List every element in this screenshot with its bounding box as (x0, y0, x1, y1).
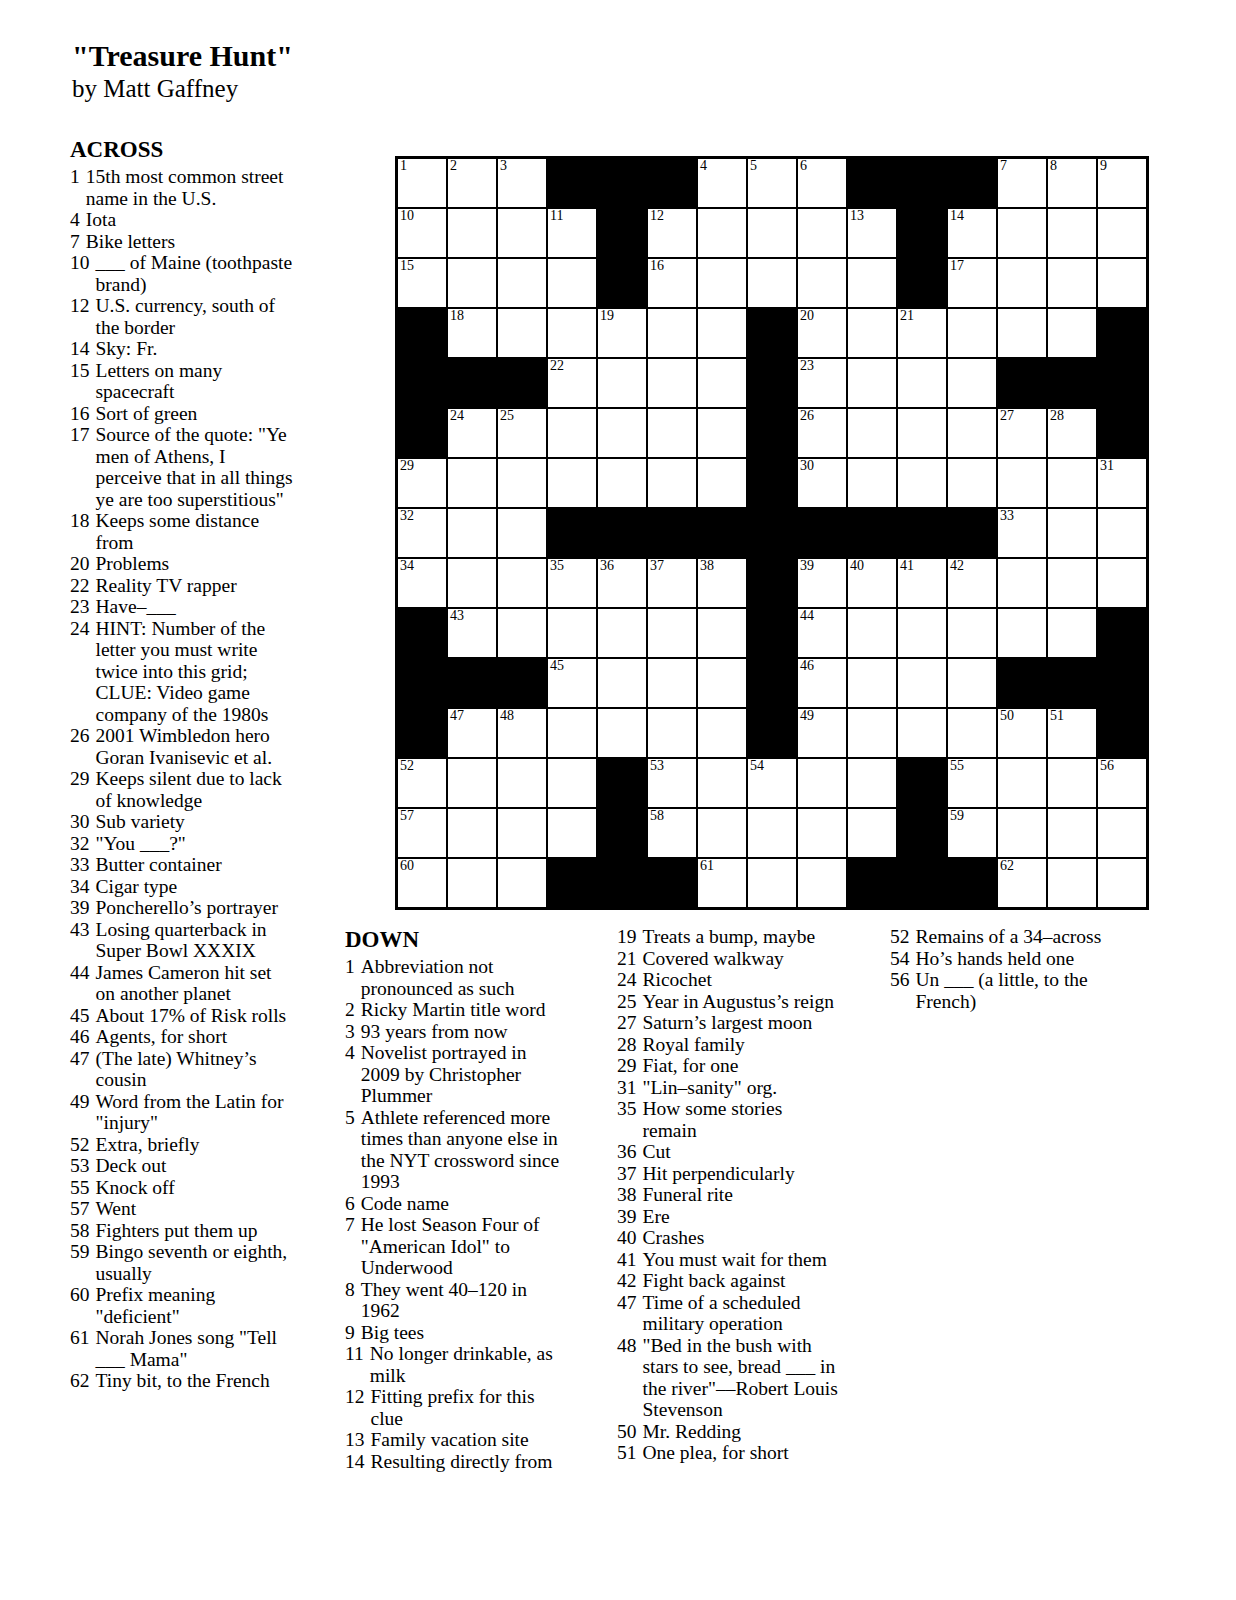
white-cell[interactable] (847, 308, 897, 358)
white-cell[interactable]: 33 (997, 508, 1047, 558)
clue-item: 18Keeps some distance from (70, 510, 392, 553)
white-cell[interactable] (997, 758, 1047, 808)
clue-item: 39Poncherello’s portrayer (70, 897, 392, 919)
clue-number: 38 (617, 1184, 637, 1206)
clue-item: 60Prefix meaning "deficient" (70, 1284, 392, 1327)
cell-number: 5 (750, 158, 757, 174)
white-cell[interactable]: 13 (847, 208, 897, 258)
black-cell (597, 858, 647, 908)
black-cell (747, 558, 797, 608)
clue-text: Time of a scheduled military operation (643, 1292, 801, 1335)
clue-text: 93 years from now (361, 1021, 508, 1043)
clue-text: Butter container (96, 854, 222, 876)
white-cell[interactable] (797, 258, 847, 308)
clue-text: Iota (86, 209, 116, 231)
clue-number: 32 (70, 833, 90, 855)
white-cell[interactable] (447, 808, 497, 858)
white-cell[interactable] (647, 608, 697, 658)
clue-text: Family vacation site (371, 1429, 529, 1451)
clue-item: 43Losing quarterback in Super Bowl XXXIX (70, 919, 392, 962)
white-cell[interactable] (697, 358, 747, 408)
white-cell[interactable] (697, 658, 747, 708)
white-cell[interactable] (647, 658, 697, 708)
cell-number: 47 (450, 708, 464, 724)
white-cell[interactable] (897, 408, 947, 458)
white-cell[interactable]: 49 (797, 708, 847, 758)
white-cell[interactable]: 11 (547, 208, 597, 258)
white-cell[interactable] (997, 208, 1047, 258)
clue-item: 29Fiat, for one (617, 1055, 881, 1077)
clue-number: 46 (70, 1026, 90, 1048)
clue-item: 13Family vacation site (345, 1429, 609, 1451)
clue-item: 35How some stories remain (617, 1098, 881, 1141)
white-cell[interactable] (947, 358, 997, 408)
black-cell (397, 408, 447, 458)
white-cell[interactable]: 3 (497, 158, 547, 208)
white-cell[interactable]: 21 (897, 308, 947, 358)
clue-item: 23Have–___ (70, 596, 392, 618)
clue-item: 7Bike letters (70, 231, 392, 253)
white-cell[interactable]: 45 (547, 658, 597, 708)
white-cell[interactable]: 4 (697, 158, 747, 208)
cell-number: 28 (1050, 408, 1064, 424)
white-cell[interactable] (547, 608, 597, 658)
black-cell (747, 508, 797, 558)
clue-number: 52 (70, 1134, 90, 1156)
white-cell[interactable] (1047, 458, 1097, 508)
clue-item: 28Royal family (617, 1034, 881, 1056)
white-cell[interactable] (1047, 758, 1097, 808)
black-cell (647, 858, 697, 908)
cell-number: 48 (500, 708, 514, 724)
clue-text: James Cameron hit set on another planet (96, 962, 272, 1005)
white-cell[interactable]: 32 (397, 508, 447, 558)
clue-number: 35 (617, 1098, 637, 1141)
clue-number: 44 (70, 962, 90, 1005)
white-cell[interactable] (497, 608, 547, 658)
white-cell[interactable] (697, 408, 747, 458)
clue-item: 7He lost Season Four of "American Idol" … (345, 1214, 609, 1279)
white-cell[interactable] (1097, 508, 1147, 558)
white-cell[interactable] (697, 308, 747, 358)
white-cell[interactable] (447, 258, 497, 308)
white-cell[interactable] (547, 458, 597, 508)
cell-number: 30 (800, 458, 814, 474)
black-cell (897, 858, 947, 908)
black-cell (997, 358, 1047, 408)
white-cell[interactable]: 2 (447, 158, 497, 208)
white-cell[interactable] (697, 758, 747, 808)
clue-item: 4Iota (70, 209, 392, 231)
white-cell[interactable] (1047, 608, 1097, 658)
clue-item: 54Ho’s hands held one (890, 948, 1146, 970)
white-cell[interactable] (747, 258, 797, 308)
white-cell[interactable]: 44 (797, 608, 847, 658)
title-block: "Treasure Hunt" by Matt Gaffney (72, 38, 293, 104)
clue-item: 56Un ___ (a little, to the French) (890, 969, 1146, 1012)
white-cell[interactable] (997, 608, 1047, 658)
cell-number: 19 (600, 308, 614, 324)
black-cell (547, 158, 597, 208)
cell-number: 17 (950, 258, 964, 274)
clue-item: 52Extra, briefly (70, 1134, 392, 1156)
white-cell[interactable]: 28 (1047, 408, 1097, 458)
white-cell[interactable] (447, 208, 497, 258)
white-cell[interactable] (497, 808, 547, 858)
white-cell[interactable]: 6 (797, 158, 847, 208)
white-cell[interactable] (697, 458, 747, 508)
white-cell[interactable]: 54 (747, 758, 797, 808)
clue-text: Cut (643, 1141, 671, 1163)
white-cell[interactable] (647, 358, 697, 408)
white-cell[interactable] (947, 608, 997, 658)
clue-number: 25 (617, 991, 637, 1013)
puzzle-byline: by Matt Gaffney (72, 74, 293, 104)
white-cell[interactable] (1097, 258, 1147, 308)
clue-item: 12Fitting prefix for this clue (345, 1386, 609, 1429)
white-cell[interactable]: 1 (397, 158, 447, 208)
down-section: DOWN 1Abbreviation not pronounced as suc… (345, 926, 609, 1472)
white-cell[interactable] (647, 708, 697, 758)
cell-number: 45 (550, 658, 564, 674)
white-cell[interactable]: 18 (447, 308, 497, 358)
white-cell[interactable] (497, 508, 547, 558)
clue-text: ___ of Maine (toothpaste brand) (96, 252, 293, 295)
white-cell[interactable]: 58 (647, 808, 697, 858)
clue-text: Reality TV rapper (96, 575, 237, 597)
black-cell (897, 258, 947, 308)
white-cell[interactable]: 55 (947, 758, 997, 808)
clue-number: 12 (345, 1386, 365, 1429)
white-cell[interactable] (697, 608, 747, 658)
white-cell[interactable] (997, 558, 1047, 608)
white-cell[interactable] (1047, 258, 1097, 308)
clue-number: 21 (617, 948, 637, 970)
clue-text: Tiny bit, to the French (96, 1370, 270, 1392)
clue-number: 23 (70, 596, 90, 618)
black-cell (447, 658, 497, 708)
cell-number: 61 (700, 858, 714, 874)
black-cell (897, 158, 947, 208)
white-cell[interactable]: 27 (997, 408, 1047, 458)
white-cell[interactable]: 14 (947, 208, 997, 258)
white-cell[interactable] (747, 808, 797, 858)
white-cell[interactable]: 57 (397, 808, 447, 858)
clue-item: 21Covered walkway (617, 948, 881, 970)
white-cell[interactable] (497, 758, 547, 808)
across-header: ACROSS (70, 136, 392, 163)
cell-number: 16 (650, 258, 664, 274)
cell-number: 9 (1100, 158, 1107, 174)
white-cell[interactable] (697, 808, 747, 858)
white-cell[interactable]: 20 (797, 308, 847, 358)
white-cell[interactable] (997, 258, 1047, 308)
white-cell[interactable] (697, 258, 747, 308)
clue-item: 33Butter container (70, 854, 392, 876)
white-cell[interactable] (997, 458, 1047, 508)
clue-item: 51One plea, for short (617, 1442, 881, 1464)
white-cell[interactable] (897, 608, 947, 658)
white-cell[interactable]: 37 (647, 558, 697, 608)
clue-number: 39 (70, 897, 90, 919)
white-cell[interactable] (1047, 808, 1097, 858)
white-cell[interactable] (447, 458, 497, 508)
white-cell[interactable]: 52 (397, 758, 447, 808)
clue-text: Royal family (643, 1034, 745, 1056)
white-cell[interactable] (1047, 558, 1097, 608)
white-cell[interactable]: 10 (397, 208, 447, 258)
white-cell[interactable]: 16 (647, 258, 697, 308)
clue-item: 45About 17% of Risk rolls (70, 1005, 392, 1027)
white-cell[interactable] (547, 408, 597, 458)
white-cell[interactable]: 61 (697, 858, 747, 908)
white-cell[interactable] (747, 208, 797, 258)
white-cell[interactable]: 56 (1097, 758, 1147, 808)
black-cell (1097, 658, 1147, 708)
white-cell[interactable] (997, 808, 1047, 858)
white-cell[interactable] (447, 558, 497, 608)
clue-item: 15Letters on many spacecraft (70, 360, 392, 403)
white-cell[interactable]: 7 (997, 158, 1047, 208)
clue-number: 43 (70, 919, 90, 962)
clue-item: 49Word from the Latin for "injury" (70, 1091, 392, 1134)
cell-number: 22 (550, 358, 564, 374)
clue-text: Hit perpendicularly (643, 1163, 795, 1185)
white-cell[interactable] (1047, 208, 1097, 258)
black-cell (1097, 608, 1147, 658)
clue-number: 14 (70, 338, 90, 360)
white-cell[interactable] (647, 308, 697, 358)
white-cell[interactable]: 31 (1097, 458, 1147, 508)
black-cell (897, 758, 947, 808)
white-cell[interactable] (847, 408, 897, 458)
white-cell[interactable] (1097, 808, 1147, 858)
clue-text: Keeps silent due to lack of knowledge (96, 768, 282, 811)
white-cell[interactable] (647, 408, 697, 458)
white-cell[interactable]: 40 (847, 558, 897, 608)
white-cell[interactable] (1047, 508, 1097, 558)
cell-number: 34 (400, 558, 414, 574)
white-cell[interactable]: 41 (897, 558, 947, 608)
cell-number: 37 (650, 558, 664, 574)
white-cell[interactable] (947, 658, 997, 708)
white-cell[interactable] (547, 308, 597, 358)
white-cell[interactable] (847, 708, 897, 758)
cell-number: 49 (800, 708, 814, 724)
clue-number: 7 (345, 1214, 355, 1279)
cell-number: 32 (400, 508, 414, 524)
white-cell[interactable] (947, 408, 997, 458)
white-cell[interactable]: 48 (497, 708, 547, 758)
white-cell[interactable]: 62 (997, 858, 1047, 908)
clue-text: Saturn’s largest moon (643, 1012, 813, 1034)
white-cell[interactable]: 50 (997, 708, 1047, 758)
black-cell (547, 508, 597, 558)
white-cell[interactable]: 12 (647, 208, 697, 258)
cell-number: 53 (650, 758, 664, 774)
white-cell[interactable] (497, 308, 547, 358)
white-cell[interactable]: 60 (397, 858, 447, 908)
white-cell[interactable]: 26 (797, 408, 847, 458)
clue-number: 1 (70, 166, 80, 209)
white-cell[interactable] (1097, 558, 1147, 608)
white-cell[interactable] (947, 708, 997, 758)
white-cell[interactable]: 17 (947, 258, 997, 308)
white-cell[interactable]: 15 (397, 258, 447, 308)
cell-number: 43 (450, 608, 464, 624)
white-cell[interactable] (1047, 308, 1097, 358)
white-cell[interactable]: 30 (797, 458, 847, 508)
clue-text: Ricochet (643, 969, 712, 991)
white-cell[interactable]: 51 (1047, 708, 1097, 758)
white-cell[interactable] (597, 608, 647, 658)
clue-number: 47 (617, 1292, 637, 1335)
white-cell[interactable]: 24 (447, 408, 497, 458)
clue-number: 24 (617, 969, 637, 991)
white-cell[interactable]: 38 (697, 558, 747, 608)
white-cell[interactable]: 42 (947, 558, 997, 608)
white-cell[interactable] (897, 458, 947, 508)
white-cell[interactable] (697, 708, 747, 758)
white-cell[interactable] (797, 758, 847, 808)
white-cell[interactable]: 39 (797, 558, 847, 608)
clue-number: 40 (617, 1227, 637, 1249)
white-cell[interactable] (547, 758, 597, 808)
cell-number: 41 (900, 558, 914, 574)
white-cell[interactable] (597, 358, 647, 408)
clue-number: 6 (345, 1193, 355, 1215)
white-cell[interactable] (1047, 858, 1097, 908)
white-cell[interactable]: 8 (1047, 158, 1097, 208)
black-cell (797, 508, 847, 558)
white-cell[interactable]: 59 (947, 808, 997, 858)
clue-number: 50 (617, 1421, 637, 1443)
white-cell[interactable] (897, 358, 947, 408)
white-cell[interactable] (897, 658, 947, 708)
clue-text: "You ___?" (96, 833, 186, 855)
white-cell[interactable] (847, 358, 897, 408)
black-cell (1097, 358, 1147, 408)
white-cell[interactable] (447, 758, 497, 808)
cell-number: 3 (500, 158, 507, 174)
clue-item: 61Norah Jones song "Tell ___ Mama" (70, 1327, 392, 1370)
white-cell[interactable]: 29 (397, 458, 447, 508)
white-cell[interactable] (497, 208, 547, 258)
clue-number: 13 (345, 1429, 365, 1451)
white-cell[interactable] (847, 658, 897, 708)
white-cell[interactable] (847, 258, 897, 308)
clue-number: 20 (70, 553, 90, 575)
white-cell[interactable]: 25 (497, 408, 547, 458)
clue-text: You must wait for them (643, 1249, 827, 1271)
clue-text: Fiat, for one (643, 1055, 739, 1077)
white-cell[interactable] (597, 708, 647, 758)
black-cell (747, 408, 797, 458)
white-cell[interactable] (497, 558, 547, 608)
white-cell[interactable] (897, 708, 947, 758)
clue-number: 4 (70, 209, 80, 231)
clue-number: 60 (70, 1284, 90, 1327)
white-cell[interactable]: 5 (747, 158, 797, 208)
white-cell[interactable]: 47 (447, 708, 497, 758)
white-cell[interactable] (497, 258, 547, 308)
white-cell[interactable]: 53 (647, 758, 697, 808)
white-cell[interactable] (547, 808, 597, 858)
clue-text: Abbreviation not pronounced as such (361, 956, 515, 999)
clue-number: 22 (70, 575, 90, 597)
white-cell[interactable]: 34 (397, 558, 447, 608)
white-cell[interactable] (547, 258, 597, 308)
clue-item: 32"You ___?" (70, 833, 392, 855)
white-cell[interactable]: 36 (597, 558, 647, 608)
clue-text: Sub variety (96, 811, 185, 833)
white-cell[interactable]: 43 (447, 608, 497, 658)
clue-text: Keeps some distance from (96, 510, 260, 553)
cell-number: 24 (450, 408, 464, 424)
cell-number: 38 (700, 558, 714, 574)
white-cell[interactable]: 23 (797, 358, 847, 408)
white-cell[interactable] (947, 458, 997, 508)
white-cell[interactable] (797, 858, 847, 908)
clue-item: 30Sub variety (70, 811, 392, 833)
white-cell[interactable] (797, 208, 847, 258)
clue-text: Norah Jones song "Tell ___ Mama" (96, 1327, 278, 1370)
clue-item: 2Ricky Martin title word (345, 999, 609, 1021)
cell-number: 26 (800, 408, 814, 424)
white-cell[interactable] (847, 758, 897, 808)
clue-text: Bike letters (86, 231, 175, 253)
white-cell[interactable] (497, 858, 547, 908)
black-cell (947, 158, 997, 208)
white-cell[interactable] (747, 858, 797, 908)
cell-number: 27 (1000, 408, 1014, 424)
white-cell[interactable] (1097, 208, 1147, 258)
white-cell[interactable] (597, 408, 647, 458)
cell-number: 14 (950, 208, 964, 224)
white-cell[interactable] (597, 458, 647, 508)
white-cell[interactable] (847, 608, 897, 658)
white-cell[interactable] (797, 808, 847, 858)
white-cell[interactable] (497, 458, 547, 508)
white-cell[interactable]: 9 (1097, 158, 1147, 208)
white-cell[interactable] (997, 308, 1047, 358)
white-cell[interactable]: 35 (547, 558, 597, 608)
black-cell (597, 808, 647, 858)
black-cell (897, 208, 947, 258)
clue-item: 52Remains of a 34–across (890, 926, 1146, 948)
clue-text: Athlete referenced more times than anyon… (361, 1107, 559, 1193)
white-cell[interactable] (547, 708, 597, 758)
white-cell[interactable] (597, 658, 647, 708)
clue-text: Code name (361, 1193, 449, 1215)
clue-item: 46Agents, for short (70, 1026, 392, 1048)
white-cell[interactable]: 22 (547, 358, 597, 408)
white-cell[interactable] (447, 508, 497, 558)
black-cell (947, 508, 997, 558)
white-cell[interactable] (697, 208, 747, 258)
clue-number: 52 (890, 926, 910, 948)
white-cell[interactable] (847, 458, 897, 508)
white-cell[interactable] (847, 808, 897, 858)
white-cell[interactable] (947, 308, 997, 358)
white-cell[interactable]: 46 (797, 658, 847, 708)
white-cell[interactable] (447, 858, 497, 908)
white-cell[interactable] (647, 458, 697, 508)
white-cell[interactable]: 19 (597, 308, 647, 358)
cell-number: 50 (1000, 708, 1014, 724)
white-cell[interactable] (1097, 858, 1147, 908)
clue-item: 393 years from now (345, 1021, 609, 1043)
